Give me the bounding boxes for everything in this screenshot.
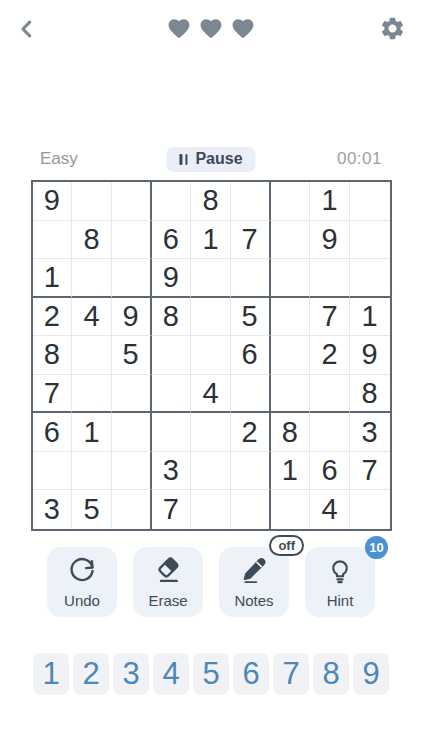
cell-r7c4[interactable] bbox=[152, 413, 192, 452]
numpad-key-8[interactable]: 8 bbox=[313, 653, 349, 695]
numpad-key-1[interactable]: 1 bbox=[33, 653, 69, 695]
cell-r9c2[interactable]: 5 bbox=[72, 490, 112, 529]
cell-r1c2[interactable] bbox=[72, 182, 112, 221]
cell-r5c7[interactable] bbox=[271, 336, 311, 375]
cell-r9c8[interactable]: 4 bbox=[310, 490, 350, 529]
cell-r5c1[interactable]: 8 bbox=[33, 336, 73, 375]
cell-r6c5[interactable]: 4 bbox=[191, 375, 231, 414]
sudoku-grid: 98186179192498571856297486128331673574 bbox=[31, 180, 392, 531]
cell-r1c5[interactable]: 8 bbox=[191, 182, 231, 221]
cell-r1c1[interactable]: 9 bbox=[33, 182, 73, 221]
cell-r4c1[interactable]: 2 bbox=[33, 298, 73, 337]
cell-r3c8[interactable] bbox=[310, 259, 350, 298]
cell-r6c9[interactable]: 8 bbox=[350, 375, 390, 414]
cell-r3c5[interactable] bbox=[191, 259, 231, 298]
gear-icon bbox=[379, 15, 406, 42]
cell-r5c8[interactable]: 2 bbox=[310, 336, 350, 375]
cell-r2c7[interactable] bbox=[271, 221, 311, 260]
cell-r5c6[interactable]: 6 bbox=[231, 336, 271, 375]
cell-r1c6[interactable] bbox=[231, 182, 271, 221]
pause-button[interactable]: Pause bbox=[166, 147, 255, 172]
hint-button[interactable]: 10 Hint bbox=[305, 547, 375, 617]
cell-r7c9[interactable]: 3 bbox=[350, 413, 390, 452]
numpad-key-2[interactable]: 2 bbox=[73, 653, 109, 695]
notes-button[interactable]: off Notes bbox=[219, 547, 289, 617]
cell-r4c5[interactable] bbox=[191, 298, 231, 337]
eraser-icon bbox=[154, 557, 182, 589]
cell-r4c9[interactable]: 1 bbox=[350, 298, 390, 337]
cell-r7c5[interactable] bbox=[191, 413, 231, 452]
cell-r5c4[interactable] bbox=[152, 336, 192, 375]
notes-label: Notes bbox=[234, 592, 273, 609]
pause-label: Pause bbox=[195, 150, 242, 168]
cell-r5c5[interactable] bbox=[191, 336, 231, 375]
cell-r3c1[interactable]: 1 bbox=[33, 259, 73, 298]
erase-button[interactable]: Erase bbox=[133, 547, 203, 617]
cell-r3c4[interactable]: 9 bbox=[152, 259, 192, 298]
numpad-key-6[interactable]: 6 bbox=[233, 653, 269, 695]
cell-r5c2[interactable] bbox=[72, 336, 112, 375]
cell-r3c3[interactable] bbox=[112, 259, 152, 298]
cell-r9c7[interactable] bbox=[271, 490, 311, 529]
cell-r2c5[interactable]: 1 bbox=[191, 221, 231, 260]
cell-r3c2[interactable] bbox=[72, 259, 112, 298]
cell-r3c6[interactable] bbox=[231, 259, 271, 298]
cell-r6c4[interactable] bbox=[152, 375, 192, 414]
cell-r9c4[interactable]: 7 bbox=[152, 490, 192, 529]
cell-r8c7[interactable]: 1 bbox=[271, 452, 311, 491]
toolbar: Undo Erase off Notes 10 Hint bbox=[0, 547, 422, 617]
cell-r8c8[interactable]: 6 bbox=[310, 452, 350, 491]
pencil-icon bbox=[240, 557, 268, 589]
cell-r8c1[interactable] bbox=[33, 452, 73, 491]
numpad-key-3[interactable]: 3 bbox=[113, 653, 149, 695]
cell-r2c4[interactable]: 6 bbox=[152, 221, 192, 260]
cell-r5c9[interactable]: 9 bbox=[350, 336, 390, 375]
notes-off-badge: off bbox=[269, 535, 304, 556]
cell-r7c3[interactable] bbox=[112, 413, 152, 452]
cell-r7c6[interactable]: 2 bbox=[231, 413, 271, 452]
status-row: Easy Pause 00:01 bbox=[0, 146, 422, 172]
cell-r4c3[interactable]: 9 bbox=[112, 298, 152, 337]
cell-r6c2[interactable] bbox=[72, 375, 112, 414]
settings-button[interactable] bbox=[378, 14, 406, 42]
cell-r4c7[interactable] bbox=[271, 298, 311, 337]
cell-r6c6[interactable] bbox=[231, 375, 271, 414]
cell-r3c9[interactable] bbox=[350, 259, 390, 298]
cell-r4c2[interactable]: 4 bbox=[72, 298, 112, 337]
cell-r8c4[interactable]: 3 bbox=[152, 452, 192, 491]
erase-label: Erase bbox=[148, 592, 187, 609]
heart-icon bbox=[199, 16, 224, 43]
cell-r1c7[interactable] bbox=[271, 182, 311, 221]
timer-label: 00:01 bbox=[337, 149, 382, 169]
cell-r6c8[interactable] bbox=[310, 375, 350, 414]
cell-r7c1[interactable]: 6 bbox=[33, 413, 73, 452]
cell-r7c2[interactable]: 1 bbox=[72, 413, 112, 452]
cell-r9c3[interactable] bbox=[112, 490, 152, 529]
cell-r6c3[interactable] bbox=[112, 375, 152, 414]
heart-icon bbox=[231, 16, 256, 43]
cell-r2c6[interactable]: 7 bbox=[231, 221, 271, 260]
cell-r6c1[interactable]: 7 bbox=[33, 375, 73, 414]
cell-r4c6[interactable]: 5 bbox=[231, 298, 271, 337]
cell-r8c9[interactable]: 7 bbox=[350, 452, 390, 491]
cell-r1c8[interactable]: 1 bbox=[310, 182, 350, 221]
cell-r8c2[interactable] bbox=[72, 452, 112, 491]
difficulty-label: Easy bbox=[40, 149, 78, 169]
cell-r9c9[interactable] bbox=[350, 490, 390, 529]
cell-r2c1[interactable] bbox=[33, 221, 73, 260]
hint-label: Hint bbox=[327, 592, 354, 609]
numpad-key-9[interactable]: 9 bbox=[353, 653, 389, 695]
light-bulb-icon bbox=[326, 557, 354, 589]
cell-r4c4[interactable]: 8 bbox=[152, 298, 192, 337]
undo-button[interactable]: Undo bbox=[47, 547, 117, 617]
cell-r1c3[interactable] bbox=[112, 182, 152, 221]
cell-r9c1[interactable]: 3 bbox=[33, 490, 73, 529]
cell-r7c7[interactable]: 8 bbox=[271, 413, 311, 452]
cell-r3c7[interactable] bbox=[271, 259, 311, 298]
hint-count-badge: 10 bbox=[365, 536, 388, 559]
top-bar bbox=[0, 0, 422, 46]
heart-icon bbox=[167, 16, 192, 43]
cell-r4c8[interactable]: 7 bbox=[310, 298, 350, 337]
cell-r9c5[interactable] bbox=[191, 490, 231, 529]
undo-label: Undo bbox=[64, 592, 100, 609]
cell-r9c6[interactable] bbox=[231, 490, 271, 529]
cell-r6c7[interactable] bbox=[271, 375, 311, 414]
cell-r2c9[interactable] bbox=[350, 221, 390, 260]
cell-r8c3[interactable] bbox=[112, 452, 152, 491]
chevron-left-icon bbox=[16, 17, 38, 41]
back-button[interactable] bbox=[14, 16, 40, 42]
cell-r1c9[interactable] bbox=[350, 182, 390, 221]
numpad-key-5[interactable]: 5 bbox=[193, 653, 229, 695]
number-pad: 123456789 bbox=[0, 653, 422, 695]
cell-r1c4[interactable] bbox=[152, 182, 192, 221]
numpad-key-4[interactable]: 4 bbox=[153, 653, 189, 695]
cell-r2c8[interactable]: 9 bbox=[310, 221, 350, 260]
cell-r8c6[interactable] bbox=[231, 452, 271, 491]
pause-icon bbox=[179, 154, 187, 165]
lives-hearts bbox=[167, 16, 256, 43]
cell-r7c8[interactable] bbox=[310, 413, 350, 452]
cell-r2c2[interactable]: 8 bbox=[72, 221, 112, 260]
cell-r8c5[interactable] bbox=[191, 452, 231, 491]
numpad-key-7[interactable]: 7 bbox=[273, 653, 309, 695]
cell-r5c3[interactable]: 5 bbox=[112, 336, 152, 375]
cell-r2c3[interactable] bbox=[112, 221, 152, 260]
circular-arrow-icon bbox=[68, 557, 96, 589]
